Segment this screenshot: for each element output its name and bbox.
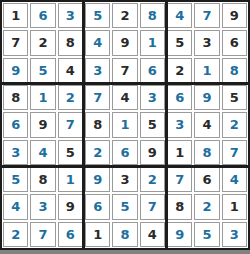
cell-r3c7[interactable]: 2 [167, 58, 192, 83]
cell-r5c8[interactable]: 4 [194, 112, 219, 137]
cell-r8c6[interactable]: 7 [140, 194, 165, 219]
cell-r3c2[interactable]: 5 [30, 58, 55, 83]
cell-r3c3[interactable]: 4 [58, 58, 83, 83]
cell-r2c2[interactable]: 2 [30, 30, 55, 55]
cell-r9c8[interactable]: 5 [194, 222, 219, 247]
cell-r7c7[interactable]: 7 [167, 167, 192, 192]
cell-r4c1[interactable]: 8 [3, 85, 28, 110]
cell-r7c9[interactable]: 4 [222, 167, 247, 192]
cell-r7c4[interactable]: 9 [85, 167, 110, 192]
cell-r9c5[interactable]: 8 [112, 222, 137, 247]
cell-r5c1[interactable]: 6 [3, 112, 28, 137]
box-separator-horizontal-1 [0, 82, 250, 85]
cell-r3c8[interactable]: 1 [194, 58, 219, 83]
cell-r1c4[interactable]: 5 [85, 3, 110, 28]
cell-r9c3[interactable]: 6 [58, 222, 83, 247]
cell-r9c4[interactable]: 1 [85, 222, 110, 247]
cell-r5c9[interactable]: 2 [222, 112, 247, 137]
cell-r2c9[interactable]: 6 [222, 30, 247, 55]
box-separator-horizontal-2 [0, 165, 250, 168]
cell-r8c3[interactable]: 9 [58, 194, 83, 219]
cell-r3c6[interactable]: 6 [140, 58, 165, 83]
cell-r1c2[interactable]: 6 [30, 3, 55, 28]
board-bottom-shadow [0, 250, 250, 254]
cell-r3c9[interactable]: 8 [222, 58, 247, 83]
cell-r6c9[interactable]: 7 [222, 140, 247, 165]
cell-r8c8[interactable]: 2 [194, 194, 219, 219]
cell-r1c5[interactable]: 2 [112, 3, 137, 28]
sudoku-grid: 1635284797284915369543762188127436956978… [2, 2, 248, 248]
cell-r2c8[interactable]: 3 [194, 30, 219, 55]
cell-r7c2[interactable]: 8 [30, 167, 55, 192]
cell-r9c9[interactable]: 3 [222, 222, 247, 247]
cell-r7c6[interactable]: 2 [140, 167, 165, 192]
box-separator-vertical-1 [82, 0, 85, 250]
cell-r4c2[interactable]: 1 [30, 85, 55, 110]
cell-r6c1[interactable]: 3 [3, 140, 28, 165]
cell-r1c7[interactable]: 4 [167, 3, 192, 28]
cell-r6c2[interactable]: 4 [30, 140, 55, 165]
cell-r5c2[interactable]: 9 [30, 112, 55, 137]
cell-r5c3[interactable]: 7 [58, 112, 83, 137]
cell-r4c7[interactable]: 6 [167, 85, 192, 110]
cell-r5c7[interactable]: 3 [167, 112, 192, 137]
sudoku-board: 1635284797284915369543762188127436956978… [0, 0, 250, 250]
cell-r7c8[interactable]: 6 [194, 167, 219, 192]
cell-r8c7[interactable]: 8 [167, 194, 192, 219]
cell-r3c5[interactable]: 7 [112, 58, 137, 83]
cell-r3c4[interactable]: 3 [85, 58, 110, 83]
cell-r1c9[interactable]: 9 [222, 3, 247, 28]
cell-r6c7[interactable]: 1 [167, 140, 192, 165]
cell-r4c4[interactable]: 7 [85, 85, 110, 110]
cell-r2c4[interactable]: 4 [85, 30, 110, 55]
cell-r7c3[interactable]: 1 [58, 167, 83, 192]
cell-r9c7[interactable]: 9 [167, 222, 192, 247]
cell-r6c8[interactable]: 8 [194, 140, 219, 165]
cell-r9c2[interactable]: 7 [30, 222, 55, 247]
cell-r7c5[interactable]: 3 [112, 167, 137, 192]
cell-r8c9[interactable]: 1 [222, 194, 247, 219]
cell-r4c6[interactable]: 3 [140, 85, 165, 110]
cell-r2c5[interactable]: 9 [112, 30, 137, 55]
cell-r2c3[interactable]: 8 [58, 30, 83, 55]
cell-r7c1[interactable]: 5 [3, 167, 28, 192]
cell-r1c1[interactable]: 1 [3, 3, 28, 28]
cell-r6c5[interactable]: 6 [112, 140, 137, 165]
cell-r8c4[interactable]: 6 [85, 194, 110, 219]
cell-r4c8[interactable]: 9 [194, 85, 219, 110]
cell-r9c6[interactable]: 4 [140, 222, 165, 247]
cell-r9c1[interactable]: 2 [3, 222, 28, 247]
cell-r1c6[interactable]: 8 [140, 3, 165, 28]
cell-r8c1[interactable]: 4 [3, 194, 28, 219]
cell-r6c4[interactable]: 2 [85, 140, 110, 165]
cell-r2c6[interactable]: 1 [140, 30, 165, 55]
cell-r1c8[interactable]: 7 [194, 3, 219, 28]
cell-r6c3[interactable]: 5 [58, 140, 83, 165]
cell-r4c3[interactable]: 2 [58, 85, 83, 110]
box-separator-vertical-2 [165, 0, 168, 250]
cell-r5c5[interactable]: 1 [112, 112, 137, 137]
cell-r8c2[interactable]: 3 [30, 194, 55, 219]
cell-r4c5[interactable]: 4 [112, 85, 137, 110]
cell-r8c5[interactable]: 5 [112, 194, 137, 219]
cell-r4c9[interactable]: 5 [222, 85, 247, 110]
cell-r5c6[interactable]: 5 [140, 112, 165, 137]
cell-r3c1[interactable]: 9 [3, 58, 28, 83]
cell-r6c6[interactable]: 9 [140, 140, 165, 165]
cell-r2c7[interactable]: 5 [167, 30, 192, 55]
cell-r5c4[interactable]: 8 [85, 112, 110, 137]
cell-r2c1[interactable]: 7 [3, 30, 28, 55]
cell-r1c3[interactable]: 3 [58, 3, 83, 28]
